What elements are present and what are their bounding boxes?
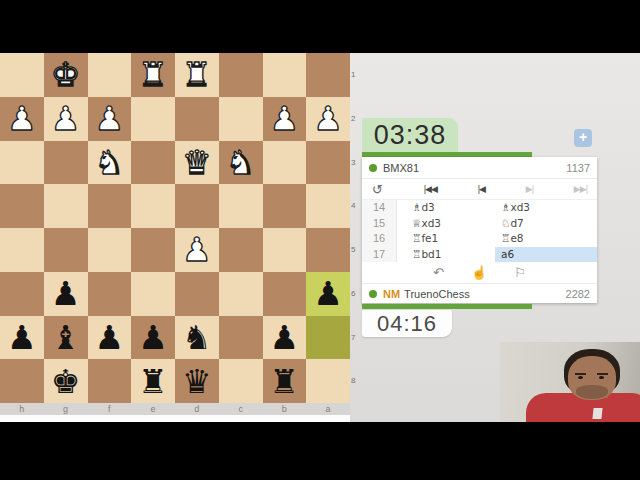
opponent-clock: 03:38 bbox=[362, 118, 458, 152]
square-f5[interactable] bbox=[88, 228, 132, 272]
top-letterbox-bar bbox=[0, 0, 640, 53]
square-a5[interactable] bbox=[306, 228, 350, 272]
white-pawn-a2[interactable]: ♟ bbox=[313, 102, 343, 135]
square-d7[interactable]: ♞ bbox=[175, 316, 219, 360]
square-f8[interactable] bbox=[88, 359, 132, 403]
square-b3[interactable] bbox=[263, 141, 307, 185]
square-a8[interactable] bbox=[306, 359, 350, 403]
file-label-f: f bbox=[88, 403, 132, 415]
white-pawn-f2[interactable]: ♟ bbox=[95, 102, 125, 135]
online-dot bbox=[369, 290, 377, 298]
square-g5[interactable] bbox=[44, 228, 88, 272]
square-d4[interactable] bbox=[175, 184, 219, 228]
file-label-c: c bbox=[219, 403, 263, 415]
bottom-letterbox-bar bbox=[0, 422, 640, 480]
file-label-h: h bbox=[0, 403, 44, 415]
board-footer-strip bbox=[0, 415, 350, 422]
square-c7[interactable] bbox=[219, 316, 263, 360]
square-b1[interactable] bbox=[263, 53, 307, 97]
previous-move-button[interactable]: |◀ bbox=[478, 184, 485, 194]
square-c6[interactable] bbox=[219, 272, 263, 316]
square-d8[interactable]: ♛ bbox=[175, 359, 219, 403]
player-progress-bar bbox=[362, 304, 532, 309]
square-f3[interactable]: ♞ bbox=[88, 141, 132, 185]
black-pawn-b7[interactable]: ♟ bbox=[270, 321, 300, 354]
move-15-white[interactable]: ♕xd3 bbox=[397, 216, 495, 232]
square-e7[interactable]: ♟ bbox=[131, 316, 175, 360]
square-a3[interactable] bbox=[306, 141, 350, 185]
move-number-16: 16 bbox=[362, 231, 397, 247]
player-row: NM TruenoChess 2282 bbox=[362, 283, 597, 304]
move-number-17: 17 bbox=[362, 247, 397, 263]
black-king-g8[interactable]: ♚ bbox=[51, 365, 81, 398]
webcam-eye bbox=[599, 376, 604, 379]
white-queen-d3[interactable]: ♛ bbox=[182, 146, 212, 179]
square-b6[interactable] bbox=[263, 272, 307, 316]
rank-coordinates: 12345678 bbox=[351, 53, 362, 403]
square-b7[interactable]: ♟ bbox=[263, 316, 307, 360]
white-pawn-h2[interactable]: ♟ bbox=[7, 102, 37, 135]
square-e2[interactable] bbox=[131, 97, 175, 141]
square-f7[interactable]: ♟ bbox=[88, 316, 132, 360]
square-e4[interactable] bbox=[131, 184, 175, 228]
black-rook-e8[interactable]: ♜ bbox=[138, 365, 168, 398]
file-label-e: e bbox=[131, 403, 175, 415]
white-king-g1[interactable]: ♚ bbox=[51, 58, 81, 91]
move-list: 14♗d3♗xd315♕xd3♘d716♖fe1♖e817♖bd1a6 bbox=[362, 200, 597, 262]
move-14-white[interactable]: ♗d3 bbox=[397, 200, 495, 216]
square-d1[interactable]: ♜ bbox=[175, 53, 219, 97]
black-pawn-g6[interactable]: ♟ bbox=[51, 277, 81, 310]
black-pawn-f7[interactable]: ♟ bbox=[95, 321, 125, 354]
square-h6[interactable] bbox=[0, 272, 44, 316]
first-move-button[interactable]: |◀◀ bbox=[424, 184, 437, 194]
square-c5[interactable] bbox=[219, 228, 263, 272]
webcam-feed bbox=[500, 342, 640, 422]
square-h5[interactable] bbox=[0, 228, 44, 272]
opponent-row: BMX81 1137 bbox=[362, 157, 597, 179]
square-f1[interactable] bbox=[88, 53, 132, 97]
move-16-white[interactable]: ♖fe1 bbox=[397, 231, 495, 247]
move-17-black-current[interactable]: a6 bbox=[495, 247, 597, 263]
square-e8[interactable]: ♜ bbox=[131, 359, 175, 403]
square-a1[interactable] bbox=[306, 53, 350, 97]
square-c1[interactable] bbox=[219, 53, 263, 97]
square-b4[interactable] bbox=[263, 184, 307, 228]
square-d6[interactable] bbox=[175, 272, 219, 316]
move-number-14: 14 bbox=[362, 200, 397, 216]
file-coordinates: hgfedcba bbox=[0, 403, 350, 415]
black-bishop-g7[interactable]: ♝ bbox=[51, 321, 81, 354]
square-h3[interactable] bbox=[0, 141, 44, 185]
takeback-button[interactable]: ↶ bbox=[433, 266, 444, 279]
square-g6[interactable]: ♟ bbox=[44, 272, 88, 316]
rank-label-4: 4 bbox=[351, 201, 355, 210]
add-time-button[interactable]: + bbox=[574, 129, 592, 147]
move-17-white[interactable]: ♖bd1 bbox=[397, 247, 495, 263]
move-navigation-bar: ↺|◀◀|◀▶|▶▶| bbox=[362, 179, 597, 200]
webcam-eyebrow bbox=[575, 373, 586, 375]
square-c2[interactable] bbox=[219, 97, 263, 141]
square-h1[interactable] bbox=[0, 53, 44, 97]
square-g7[interactable]: ♝ bbox=[44, 316, 88, 360]
last-move-button[interactable]: ▶▶| bbox=[574, 184, 587, 194]
webcam-shirt-logo bbox=[592, 408, 602, 419]
black-pawn-h7[interactable]: ♟ bbox=[7, 321, 37, 354]
square-a2[interactable]: ♟ bbox=[306, 97, 350, 141]
rank-label-6: 6 bbox=[351, 289, 355, 298]
move-14-black[interactable]: ♗xd3 bbox=[495, 200, 597, 216]
online-dot bbox=[369, 164, 377, 172]
square-c8[interactable] bbox=[219, 359, 263, 403]
opponent-rating: 1137 bbox=[566, 162, 590, 174]
square-c3[interactable]: ♞ bbox=[219, 141, 263, 185]
black-pawn-e7[interactable]: ♟ bbox=[138, 321, 168, 354]
white-pawn-g2[interactable]: ♟ bbox=[51, 102, 81, 135]
square-g8[interactable]: ♚ bbox=[44, 359, 88, 403]
offer-draw-button[interactable]: ☝ bbox=[471, 266, 487, 279]
move-15-black[interactable]: ♘d7 bbox=[495, 216, 597, 232]
next-move-button[interactable]: ▶| bbox=[526, 184, 533, 194]
player-name: TruenoChess bbox=[404, 288, 470, 300]
opponent-name: BMX81 bbox=[383, 162, 419, 174]
square-d3[interactable]: ♛ bbox=[175, 141, 219, 185]
file-label-g: g bbox=[44, 403, 88, 415]
chess-board[interactable]: ♚♜♜♟♟♟♟♟♞♛♞♟♟♟♟♝♟♟♞♟♚♜♛♜ bbox=[0, 53, 350, 403]
square-e5[interactable] bbox=[131, 228, 175, 272]
square-h8[interactable] bbox=[0, 359, 44, 403]
rank-label-5: 5 bbox=[351, 245, 355, 254]
white-knight-f3[interactable]: ♞ bbox=[95, 146, 125, 179]
game-actions-bar: ↶☝⚐ bbox=[362, 262, 597, 283]
square-g2[interactable]: ♟ bbox=[44, 97, 88, 141]
white-pawn-d5[interactable]: ♟ bbox=[182, 233, 212, 266]
player-title-badge: NM bbox=[383, 288, 400, 300]
square-b2[interactable]: ♟ bbox=[263, 97, 307, 141]
square-c4[interactable] bbox=[219, 184, 263, 228]
square-g4[interactable] bbox=[44, 184, 88, 228]
webcam-eye bbox=[578, 376, 583, 379]
player-clock: 04:16 bbox=[362, 310, 452, 337]
square-h2[interactable]: ♟ bbox=[0, 97, 44, 141]
square-d2[interactable] bbox=[175, 97, 219, 141]
move-16-black[interactable]: ♖e8 bbox=[495, 231, 597, 247]
black-pawn-a6[interactable]: ♟ bbox=[313, 277, 343, 310]
black-rook-b8[interactable]: ♜ bbox=[270, 365, 300, 398]
square-e6[interactable] bbox=[131, 272, 175, 316]
move-number-15: 15 bbox=[362, 216, 397, 232]
webcam-eyebrow bbox=[597, 373, 608, 375]
white-rook-e1[interactable]: ♜ bbox=[138, 58, 168, 91]
black-queen-d8[interactable]: ♛ bbox=[182, 365, 212, 398]
rank-label-2: 2 bbox=[351, 114, 355, 123]
black-knight-d7[interactable]: ♞ bbox=[182, 321, 212, 354]
game-screen: ♚♜♜♟♟♟♟♟♞♛♞♟♟♟♟♝♟♟♞♟♚♜♛♜ 12345678 hgfedc… bbox=[0, 53, 640, 422]
square-f2[interactable]: ♟ bbox=[88, 97, 132, 141]
square-a7[interactable] bbox=[306, 316, 350, 360]
square-e3[interactable] bbox=[131, 141, 175, 185]
video-frame: ♚♜♜♟♟♟♟♟♞♛♞♟♟♟♟♝♟♟♞♟♚♜♛♜ 12345678 hgfedc… bbox=[0, 0, 640, 480]
square-d5[interactable]: ♟ bbox=[175, 228, 219, 272]
square-b5[interactable] bbox=[263, 228, 307, 272]
square-b8[interactable]: ♜ bbox=[263, 359, 307, 403]
square-e1[interactable]: ♜ bbox=[131, 53, 175, 97]
white-knight-c3[interactable]: ♞ bbox=[226, 146, 256, 179]
cycle-move-button[interactable]: ↺ bbox=[372, 182, 383, 197]
file-label-b: b bbox=[263, 403, 307, 415]
webcam-beard bbox=[576, 385, 608, 399]
square-h4[interactable] bbox=[0, 184, 44, 228]
square-h7[interactable]: ♟ bbox=[0, 316, 44, 360]
square-f4[interactable] bbox=[88, 184, 132, 228]
resign-flag-button[interactable]: ⚐ bbox=[514, 266, 526, 279]
rank-label-3: 3 bbox=[351, 158, 355, 167]
rank-label-7: 7 bbox=[351, 333, 355, 342]
file-label-a: a bbox=[306, 403, 350, 415]
white-rook-d1[interactable]: ♜ bbox=[182, 58, 212, 91]
square-g3[interactable] bbox=[44, 141, 88, 185]
square-a4[interactable] bbox=[306, 184, 350, 228]
rank-label-1: 1 bbox=[351, 70, 355, 79]
player-rating: 2282 bbox=[566, 288, 590, 300]
white-pawn-b2[interactable]: ♟ bbox=[270, 102, 300, 135]
file-label-d: d bbox=[175, 403, 219, 415]
square-a6[interactable]: ♟ bbox=[306, 272, 350, 316]
rank-label-8: 8 bbox=[351, 376, 355, 385]
square-g1[interactable]: ♚ bbox=[44, 53, 88, 97]
game-side-panel: BMX81 1137 ↺|◀◀|◀▶|▶▶| 14♗d3♗xd315♕xd3♘d… bbox=[362, 157, 597, 303]
square-f6[interactable] bbox=[88, 272, 132, 316]
